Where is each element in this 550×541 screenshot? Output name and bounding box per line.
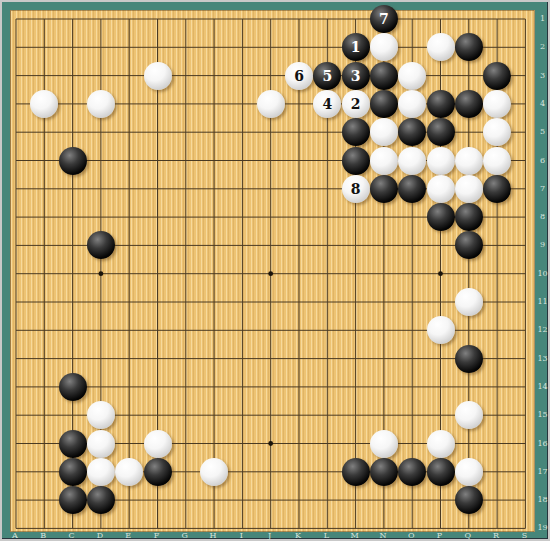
black-stone: [370, 175, 398, 203]
move-number: 5: [322, 62, 332, 90]
row-label: 6: [536, 156, 549, 165]
row-label: 11: [536, 297, 549, 306]
column-label: G: [178, 531, 192, 540]
column-label: R: [489, 531, 503, 540]
black-stone: [483, 175, 511, 203]
column-label: E: [121, 531, 135, 540]
column-label: F: [150, 531, 164, 540]
column-label: I: [234, 531, 248, 540]
black-stone: [59, 147, 87, 175]
column-label: J: [263, 531, 277, 540]
black-stone: [455, 203, 483, 231]
row-label: 16: [536, 439, 549, 448]
row-label: 5: [536, 127, 549, 136]
column-label: B: [36, 531, 50, 540]
move-number: 1: [351, 33, 361, 61]
star-point: [438, 271, 443, 276]
black-stone: [370, 458, 398, 486]
black-stone: [342, 118, 370, 146]
star-point: [268, 271, 273, 276]
black-stone: [342, 458, 370, 486]
column-label: A: [8, 531, 22, 540]
white-stone: [455, 288, 483, 316]
star-point: [99, 271, 104, 276]
move-number: 2: [351, 90, 361, 118]
move-number: 7: [379, 5, 389, 33]
row-label: 19: [536, 523, 549, 532]
white-stone: [257, 90, 285, 118]
column-label: S: [517, 531, 531, 540]
row-label: 14: [536, 382, 549, 391]
black-stone: 3: [342, 62, 370, 90]
black-stone: [455, 345, 483, 373]
go-board[interactable]: 71653428: [10, 10, 535, 532]
column-label: H: [206, 531, 220, 540]
black-stone: [59, 373, 87, 401]
white-stone: [398, 90, 426, 118]
row-label: 13: [536, 354, 549, 363]
go-app-window: 71653428 ABCDEFGHIJKLMNOPQRS123456789101…: [0, 0, 550, 541]
white-stone: [370, 430, 398, 458]
white-stone: [427, 430, 455, 458]
white-stone: [144, 430, 172, 458]
black-stone: [370, 90, 398, 118]
white-stone: 4: [313, 90, 341, 118]
star-point: [268, 441, 273, 446]
row-label: 15: [536, 410, 549, 419]
white-stone: [398, 62, 426, 90]
black-stone: [59, 486, 87, 514]
black-stone: [370, 62, 398, 90]
black-stone: [398, 175, 426, 203]
white-stone: [144, 62, 172, 90]
white-stone: [87, 401, 115, 429]
row-label: 3: [536, 71, 549, 80]
black-stone: [483, 62, 511, 90]
white-stone: [455, 175, 483, 203]
black-stone: 7: [370, 5, 398, 33]
column-label: M: [348, 531, 362, 540]
black-stone: [455, 33, 483, 61]
white-stone: [87, 458, 115, 486]
row-label: 18: [536, 495, 549, 504]
white-stone: [370, 33, 398, 61]
column-label: O: [404, 531, 418, 540]
black-stone: [427, 118, 455, 146]
black-stone: [144, 458, 172, 486]
white-stone: [427, 147, 455, 175]
row-label: 9: [536, 240, 549, 249]
black-stone: [427, 203, 455, 231]
black-stone: [59, 430, 87, 458]
column-label: N: [376, 531, 390, 540]
black-stone: 1: [342, 33, 370, 61]
row-label: 17: [536, 467, 549, 476]
black-stone: [427, 458, 455, 486]
row-label: 8: [536, 212, 549, 221]
black-stone: [455, 486, 483, 514]
white-stone: [427, 316, 455, 344]
white-stone: [455, 458, 483, 486]
white-stone: [455, 147, 483, 175]
column-label: P: [433, 531, 447, 540]
white-stone: [398, 147, 426, 175]
row-label: 1: [536, 14, 549, 23]
move-number: 8: [351, 175, 361, 203]
column-label: K: [291, 531, 305, 540]
white-stone: [455, 401, 483, 429]
move-number: 4: [322, 90, 332, 118]
black-stone: [342, 147, 370, 175]
row-label: 4: [536, 99, 549, 108]
white-stone: [115, 458, 143, 486]
row-label: 12: [536, 325, 549, 334]
white-stone: [30, 90, 58, 118]
black-stone: [427, 90, 455, 118]
white-stone: [483, 90, 511, 118]
white-stone: [200, 458, 228, 486]
row-label: 10: [536, 269, 549, 278]
white-stone: [427, 175, 455, 203]
move-number: 6: [294, 62, 304, 90]
white-stone: [427, 33, 455, 61]
white-stone: 8: [342, 175, 370, 203]
white-stone: [87, 90, 115, 118]
move-number: 3: [351, 62, 361, 90]
white-stone: [370, 118, 398, 146]
column-label: D: [93, 531, 107, 540]
white-stone: [87, 430, 115, 458]
row-label: 2: [536, 42, 549, 51]
white-stone: 6: [285, 62, 313, 90]
black-stone: [455, 231, 483, 259]
column-label: L: [319, 531, 333, 540]
white-stone: [370, 147, 398, 175]
black-stone: 5: [313, 62, 341, 90]
row-label: 7: [536, 184, 549, 193]
column-label: Q: [461, 531, 475, 540]
black-stone: [59, 458, 87, 486]
black-stone: [398, 458, 426, 486]
black-stone: [87, 486, 115, 514]
column-label: C: [65, 531, 79, 540]
black-stone: [455, 90, 483, 118]
white-stone: 2: [342, 90, 370, 118]
white-stone: [483, 147, 511, 175]
